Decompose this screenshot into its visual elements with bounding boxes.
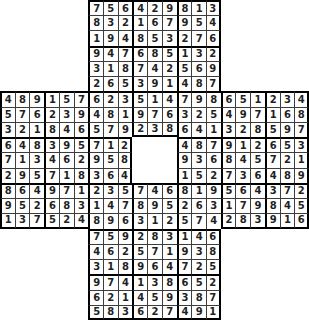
cell-r10c15[interactable]: 7 — [206, 137, 221, 152]
cell-r8c19[interactable]: 1 — [265, 107, 280, 122]
cell-r4c12[interactable]: 5 — [162, 46, 177, 61]
cell-r20c13[interactable]: 3 — [177, 290, 192, 305]
cell-r6c7[interactable]: 2 — [88, 76, 103, 91]
cell-r11c2[interactable]: 1 — [15, 152, 30, 167]
cell-r11c14[interactable]: 3 — [191, 152, 206, 167]
cell-r10c14[interactable]: 8 — [191, 137, 206, 152]
cell-r9c10[interactable]: 2 — [132, 122, 147, 137]
cell-r20c15[interactable]: 7 — [206, 290, 221, 305]
cell-r15c6[interactable]: 4 — [74, 213, 89, 228]
cell-r8c1[interactable]: 5 — [0, 107, 15, 122]
cell-r7c21[interactable]: 4 — [294, 91, 309, 106]
cell-r1c7[interactable]: 7 — [88, 0, 103, 15]
cell-r5c10[interactable]: 7 — [132, 61, 147, 76]
cell-r17c10[interactable]: 5 — [132, 244, 147, 259]
cell-r14c10[interactable]: 8 — [132, 198, 147, 213]
cell-r13c19[interactable]: 3 — [265, 183, 280, 198]
cell-r18c10[interactable]: 9 — [132, 259, 147, 274]
cell-r15c11[interactable]: 1 — [147, 213, 162, 228]
cell-r14c9[interactable]: 7 — [118, 198, 133, 213]
cell-r13c10[interactable]: 7 — [132, 183, 147, 198]
cell-r9c3[interactable]: 1 — [29, 122, 44, 137]
cell-r5c14[interactable]: 6 — [191, 61, 206, 76]
cell-r17c8[interactable]: 6 — [103, 244, 118, 259]
cell-r8c11[interactable]: 7 — [147, 107, 162, 122]
cell-r21c7[interactable]: 5 — [88, 305, 103, 320]
cell-r19c7[interactable]: 9 — [88, 274, 103, 289]
cell-r12c8[interactable]: 6 — [103, 168, 118, 183]
cell-r5c15[interactable]: 9 — [206, 61, 221, 76]
cell-r9c20[interactable]: 9 — [280, 122, 295, 137]
cell-r18c13[interactable]: 7 — [177, 259, 192, 274]
empty-space — [0, 290, 15, 305]
cell-r14c5[interactable]: 8 — [59, 198, 74, 213]
cell-r4c8[interactable]: 4 — [103, 46, 118, 61]
cell-r8c17[interactable]: 9 — [235, 107, 250, 122]
cell-r12c5[interactable]: 1 — [59, 168, 74, 183]
cell-r2c7[interactable]: 8 — [88, 15, 103, 30]
cell-r1c9[interactable]: 6 — [118, 0, 133, 15]
cell-r14c8[interactable]: 4 — [103, 198, 118, 213]
cell-r20c10[interactable]: 4 — [132, 290, 147, 305]
cell-r11c18[interactable]: 5 — [250, 152, 265, 167]
cell-r10c16[interactable]: 9 — [221, 137, 236, 152]
cell-r5c12[interactable]: 2 — [162, 61, 177, 76]
cell-r9c14[interactable]: 4 — [191, 122, 206, 137]
cell-r19c15[interactable]: 2 — [206, 274, 221, 289]
cell-r14c4[interactable]: 6 — [44, 198, 59, 213]
cell-r16c7[interactable]: 7 — [88, 229, 103, 244]
cell-r7c17[interactable]: 5 — [235, 91, 250, 106]
cell-r9c16[interactable]: 3 — [221, 122, 236, 137]
cell-r15c18[interactable]: 3 — [250, 213, 265, 228]
cell-r19c8[interactable]: 7 — [103, 274, 118, 289]
cell-r1c15[interactable]: 3 — [206, 0, 221, 15]
empty-space — [44, 30, 59, 45]
cell-r20c7[interactable]: 6 — [88, 290, 103, 305]
cell-r7c8[interactable]: 2 — [103, 91, 118, 106]
cell-r7c12[interactable]: 4 — [162, 91, 177, 106]
cell-r8c7[interactable]: 4 — [88, 107, 103, 122]
cell-r21c12[interactable]: 7 — [162, 305, 177, 320]
cell-r9c8[interactable]: 7 — [103, 122, 118, 137]
cell-r10c19[interactable]: 6 — [265, 137, 280, 152]
cell-r7c13[interactable]: 7 — [177, 91, 192, 106]
cell-r17c11[interactable]: 7 — [147, 244, 162, 259]
cell-r9c18[interactable]: 8 — [250, 122, 265, 137]
cell-r21c10[interactable]: 6 — [132, 305, 147, 320]
cell-r6c9[interactable]: 5 — [118, 76, 133, 91]
cell-r3c13[interactable]: 2 — [177, 30, 192, 45]
cell-r11c16[interactable]: 8 — [221, 152, 236, 167]
cell-r10c4[interactable]: 3 — [44, 137, 59, 152]
cell-r12c19[interactable]: 4 — [265, 168, 280, 183]
cell-r16c15[interactable]: 6 — [206, 229, 221, 244]
cell-r18c14[interactable]: 2 — [191, 259, 206, 274]
cell-r3c7[interactable]: 1 — [88, 30, 103, 45]
cell-r2c8[interactable]: 3 — [103, 15, 118, 30]
cell-r10c2[interactable]: 4 — [15, 137, 30, 152]
cell-r8c14[interactable]: 2 — [191, 107, 206, 122]
empty-space — [221, 305, 236, 320]
empty-space — [29, 61, 44, 76]
cell-r21c9[interactable]: 3 — [118, 305, 133, 320]
cell-r2c14[interactable]: 5 — [191, 15, 206, 30]
cell-r14c19[interactable]: 8 — [265, 198, 280, 213]
cell-r7c11[interactable]: 1 — [147, 91, 162, 106]
cell-r5c9[interactable]: 8 — [118, 61, 133, 76]
cell-r21c14[interactable]: 9 — [191, 305, 206, 320]
cell-r13c8[interactable]: 3 — [103, 183, 118, 198]
cell-r17c9[interactable]: 2 — [118, 244, 133, 259]
cell-r15c3[interactable]: 7 — [29, 213, 44, 228]
cell-r15c9[interactable]: 6 — [118, 213, 133, 228]
cell-r15c14[interactable]: 7 — [191, 213, 206, 228]
empty-space — [0, 229, 15, 244]
cell-r11c17[interactable]: 4 — [235, 152, 250, 167]
cell-r9c12[interactable]: 8 — [162, 122, 177, 137]
cell-r7c10[interactable]: 5 — [132, 91, 147, 106]
cell-r1c8[interactable]: 5 — [103, 0, 118, 15]
cell-r14c11[interactable]: 9 — [147, 198, 162, 213]
cell-r14c18[interactable]: 9 — [250, 198, 265, 213]
cell-r3c12[interactable]: 3 — [162, 30, 177, 45]
cell-r13c17[interactable]: 6 — [235, 183, 250, 198]
cell-r4c7[interactable]: 9 — [88, 46, 103, 61]
cell-r13c20[interactable]: 7 — [280, 183, 295, 198]
cell-r13c3[interactable]: 4 — [29, 183, 44, 198]
cell-r16c14[interactable]: 4 — [191, 229, 206, 244]
cell-r6c10[interactable]: 3 — [132, 76, 147, 91]
cell-r10c20[interactable]: 5 — [280, 137, 295, 152]
cell-r15c20[interactable]: 1 — [280, 213, 295, 228]
cell-r7c4[interactable]: 1 — [44, 91, 59, 106]
cell-r17c14[interactable]: 3 — [191, 244, 206, 259]
cell-r15c10[interactable]: 3 — [132, 213, 147, 228]
cell-r10c9[interactable]: 2 — [118, 137, 133, 152]
cell-r9c13[interactable]: 6 — [177, 122, 192, 137]
cell-r4c11[interactable]: 8 — [147, 46, 162, 61]
cell-r5c7[interactable]: 3 — [88, 61, 103, 76]
cell-r21c8[interactable]: 8 — [103, 305, 118, 320]
cell-r12c21[interactable]: 9 — [294, 168, 309, 183]
cell-r16c8[interactable]: 5 — [103, 229, 118, 244]
cell-r15c7[interactable]: 8 — [88, 213, 103, 228]
cell-r14c21[interactable]: 5 — [294, 198, 309, 213]
cell-r4c10[interactable]: 6 — [132, 46, 147, 61]
cell-r8c18[interactable]: 7 — [250, 107, 265, 122]
cell-r21c15[interactable]: 1 — [206, 305, 221, 320]
cell-r10c18[interactable]: 2 — [250, 137, 265, 152]
cell-r12c2[interactable]: 9 — [15, 168, 30, 183]
cell-r15c19[interactable]: 9 — [265, 213, 280, 228]
cell-r17c7[interactable]: 4 — [88, 244, 103, 259]
cell-r9c15[interactable]: 1 — [206, 122, 221, 137]
cell-r7c18[interactable]: 1 — [250, 91, 265, 106]
cell-r10c5[interactable]: 9 — [59, 137, 74, 152]
cell-r1c13[interactable]: 8 — [177, 0, 192, 15]
cell-r13c16[interactable]: 5 — [221, 183, 236, 198]
cell-r13c9[interactable]: 5 — [118, 183, 133, 198]
cell-r20c12[interactable]: 9 — [162, 290, 177, 305]
cell-r20c11[interactable]: 5 — [147, 290, 162, 305]
cell-r6c14[interactable]: 8 — [191, 76, 206, 91]
cell-r6c13[interactable]: 4 — [177, 76, 192, 91]
cell-r9c9[interactable]: 9 — [118, 122, 133, 137]
cell-r7c5[interactable]: 5 — [59, 91, 74, 106]
cell-r7c7[interactable]: 6 — [88, 91, 103, 106]
cell-r13c15[interactable]: 9 — [206, 183, 221, 198]
cell-r7c2[interactable]: 8 — [15, 91, 30, 106]
cell-r11c13[interactable]: 9 — [177, 152, 192, 167]
cell-r9c7[interactable]: 5 — [88, 122, 103, 137]
cell-r5c13[interactable]: 5 — [177, 61, 192, 76]
cell-r9c11[interactable]: 3 — [147, 122, 162, 137]
cell-r11c9[interactable]: 8 — [118, 152, 133, 167]
cell-r14c7[interactable]: 1 — [88, 198, 103, 213]
cell-r11c5[interactable]: 6 — [59, 152, 74, 167]
cell-r5c11[interactable]: 4 — [147, 61, 162, 76]
cell-r8c20[interactable]: 6 — [280, 107, 295, 122]
cell-r16c11[interactable]: 8 — [147, 229, 162, 244]
cell-r14c12[interactable]: 5 — [162, 198, 177, 213]
cell-r6c11[interactable]: 9 — [147, 76, 162, 91]
cell-r15c17[interactable]: 8 — [235, 213, 250, 228]
cell-r12c4[interactable]: 7 — [44, 168, 59, 183]
cell-r7c9[interactable]: 3 — [118, 91, 133, 106]
cell-r12c13[interactable]: 1 — [177, 168, 192, 183]
cell-r10c7[interactable]: 7 — [88, 137, 103, 152]
cell-r18c9[interactable]: 8 — [118, 259, 133, 274]
cell-r9c2[interactable]: 2 — [15, 122, 30, 137]
cell-r17c12[interactable]: 1 — [162, 244, 177, 259]
cell-r3c14[interactable]: 7 — [191, 30, 206, 45]
cell-r18c11[interactable]: 6 — [147, 259, 162, 274]
cell-r3c11[interactable]: 5 — [147, 30, 162, 45]
cell-r14c17[interactable]: 7 — [235, 198, 250, 213]
cell-r2c10[interactable]: 1 — [132, 15, 147, 30]
cell-r14c20[interactable]: 4 — [280, 198, 295, 213]
cell-r4c13[interactable]: 1 — [177, 46, 192, 61]
cell-r3c15[interactable]: 6 — [206, 30, 221, 45]
cell-r8c8[interactable]: 8 — [103, 107, 118, 122]
cell-r12c18[interactable]: 6 — [250, 168, 265, 183]
cell-r8c16[interactable]: 4 — [221, 107, 236, 122]
cell-r9c21[interactable]: 7 — [294, 122, 309, 137]
cell-r10c21[interactable]: 3 — [294, 137, 309, 152]
cell-r15c1[interactable]: 1 — [0, 213, 15, 228]
empty-space — [250, 0, 265, 15]
cell-r3c8[interactable]: 9 — [103, 30, 118, 45]
cell-r19c14[interactable]: 5 — [191, 274, 206, 289]
cell-r9c6[interactable]: 6 — [74, 122, 89, 137]
empty-space — [74, 61, 89, 76]
cell-r9c1[interactable]: 3 — [0, 122, 15, 137]
cell-r7c3[interactable]: 9 — [29, 91, 44, 106]
cell-r9c19[interactable]: 5 — [265, 122, 280, 137]
cell-r7c14[interactable]: 9 — [191, 91, 206, 106]
cell-r15c4[interactable]: 5 — [44, 213, 59, 228]
cell-r15c2[interactable]: 3 — [15, 213, 30, 228]
cell-r8c12[interactable]: 6 — [162, 107, 177, 122]
cell-r11c19[interactable]: 7 — [265, 152, 280, 167]
cell-r11c21[interactable]: 1 — [294, 152, 309, 167]
cell-r10c6[interactable]: 5 — [74, 137, 89, 152]
cell-r14c1[interactable]: 9 — [0, 198, 15, 213]
cell-r17c13[interactable]: 9 — [177, 244, 192, 259]
cell-r15c21[interactable]: 6 — [294, 213, 309, 228]
cell-r15c12[interactable]: 2 — [162, 213, 177, 228]
cell-r15c15[interactable]: 4 — [206, 213, 221, 228]
cell-r7c1[interactable]: 4 — [0, 91, 15, 106]
cell-r8c15[interactable]: 5 — [206, 107, 221, 122]
cell-r8c9[interactable]: 1 — [118, 107, 133, 122]
cell-r5c8[interactable]: 1 — [103, 61, 118, 76]
cell-r12c20[interactable]: 8 — [280, 168, 295, 183]
cell-r11c8[interactable]: 5 — [103, 152, 118, 167]
cell-r14c14[interactable]: 6 — [191, 198, 206, 213]
empty-space — [235, 290, 250, 305]
cell-r20c8[interactable]: 2 — [103, 290, 118, 305]
cell-r13c7[interactable]: 2 — [88, 183, 103, 198]
cell-r12c17[interactable]: 3 — [235, 168, 250, 183]
cell-r8c21[interactable]: 8 — [294, 107, 309, 122]
cell-r8c13[interactable]: 3 — [177, 107, 192, 122]
cell-r4c14[interactable]: 3 — [191, 46, 206, 61]
cell-r13c12[interactable]: 6 — [162, 183, 177, 198]
cell-r10c8[interactable]: 1 — [103, 137, 118, 152]
cell-r13c21[interactable]: 2 — [294, 183, 309, 198]
cell-r9c5[interactable]: 4 — [59, 122, 74, 137]
cell-r11c7[interactable]: 9 — [88, 152, 103, 167]
cell-r13c14[interactable]: 1 — [191, 183, 206, 198]
cell-r14c16[interactable]: 1 — [221, 198, 236, 213]
cell-r13c5[interactable]: 7 — [59, 183, 74, 198]
cell-r6c15[interactable]: 7 — [206, 76, 221, 91]
cell-r13c4[interactable]: 9 — [44, 183, 59, 198]
cell-r18c12[interactable]: 4 — [162, 259, 177, 274]
cell-r2c9[interactable]: 2 — [118, 15, 133, 30]
cell-r9c17[interactable]: 2 — [235, 122, 250, 137]
cell-r1c11[interactable]: 2 — [147, 0, 162, 15]
cell-r21c11[interactable]: 2 — [147, 305, 162, 320]
cell-r8c3[interactable]: 6 — [29, 107, 44, 122]
cell-r13c18[interactable]: 4 — [250, 183, 265, 198]
cell-r11c1[interactable]: 7 — [0, 152, 15, 167]
cell-r8c5[interactable]: 3 — [59, 107, 74, 122]
cell-r7c19[interactable]: 2 — [265, 91, 280, 106]
cell-r8c10[interactable]: 9 — [132, 107, 147, 122]
cell-r8c6[interactable]: 9 — [74, 107, 89, 122]
cell-r19c10[interactable]: 1 — [132, 274, 147, 289]
cell-r19c9[interactable]: 4 — [118, 274, 133, 289]
cell-r2c11[interactable]: 6 — [147, 15, 162, 30]
cell-r16c9[interactable]: 9 — [118, 229, 133, 244]
cell-r6c12[interactable]: 1 — [162, 76, 177, 91]
cell-r13c6[interactable]: 1 — [74, 183, 89, 198]
cell-r9c4[interactable]: 8 — [44, 122, 59, 137]
cell-r2c12[interactable]: 7 — [162, 15, 177, 30]
cell-r14c15[interactable]: 3 — [206, 198, 221, 213]
cell-r2c15[interactable]: 4 — [206, 15, 221, 30]
cell-r15c13[interactable]: 5 — [177, 213, 192, 228]
cell-r1c14[interactable]: 1 — [191, 0, 206, 15]
cell-r11c6[interactable]: 2 — [74, 152, 89, 167]
cell-r20c14[interactable]: 8 — [191, 290, 206, 305]
cell-r14c13[interactable]: 2 — [177, 198, 192, 213]
cell-r14c2[interactable]: 5 — [15, 198, 30, 213]
cell-r7c6[interactable]: 7 — [74, 91, 89, 106]
cell-r13c13[interactable]: 8 — [177, 183, 192, 198]
cell-r12c7[interactable]: 3 — [88, 168, 103, 183]
cell-r15c16[interactable]: 2 — [221, 213, 236, 228]
cell-r20c9[interactable]: 1 — [118, 290, 133, 305]
cell-r10c13[interactable]: 4 — [177, 137, 192, 152]
cell-r11c4[interactable]: 4 — [44, 152, 59, 167]
cell-r12c15[interactable]: 2 — [206, 168, 221, 183]
cell-r16c13[interactable]: 1 — [177, 229, 192, 244]
cell-r13c11[interactable]: 4 — [147, 183, 162, 198]
cell-r14c3[interactable]: 2 — [29, 198, 44, 213]
cell-r4c9[interactable]: 7 — [118, 46, 133, 61]
cell-r18c15[interactable]: 5 — [206, 259, 221, 274]
cell-r10c1[interactable]: 6 — [0, 137, 15, 152]
cell-r12c9[interactable]: 4 — [118, 168, 133, 183]
cell-r12c1[interactable]: 2 — [0, 168, 15, 183]
cell-r12c6[interactable]: 8 — [74, 168, 89, 183]
cell-r13c2[interactable]: 6 — [15, 183, 30, 198]
cell-r2c13[interactable]: 9 — [177, 15, 192, 30]
empty-space — [44, 46, 59, 61]
cell-r11c20[interactable]: 2 — [280, 152, 295, 167]
cell-r15c5[interactable]: 2 — [59, 213, 74, 228]
cell-r7c15[interactable]: 8 — [206, 91, 221, 106]
cell-r11c15[interactable]: 6 — [206, 152, 221, 167]
cell-r19c12[interactable]: 8 — [162, 274, 177, 289]
cell-r8c4[interactable]: 2 — [44, 107, 59, 122]
cell-r16c10[interactable]: 2 — [132, 229, 147, 244]
cell-r3c9[interactable]: 4 — [118, 30, 133, 45]
cell-r17c15[interactable]: 8 — [206, 244, 221, 259]
cell-r10c17[interactable]: 1 — [235, 137, 250, 152]
cell-r10c3[interactable]: 8 — [29, 137, 44, 152]
empty-space — [221, 0, 236, 15]
cell-r12c16[interactable]: 7 — [221, 168, 236, 183]
cell-r6c8[interactable]: 6 — [103, 76, 118, 91]
cell-r1c12[interactable]: 9 — [162, 0, 177, 15]
cell-r15c8[interactable]: 9 — [103, 213, 118, 228]
cell-r14c6[interactable]: 3 — [74, 198, 89, 213]
empty-space — [59, 0, 74, 15]
cell-r3c10[interactable]: 8 — [132, 30, 147, 45]
cell-r7c16[interactable]: 6 — [221, 91, 236, 106]
cell-r16c12[interactable]: 3 — [162, 229, 177, 244]
cell-r1c10[interactable]: 4 — [132, 0, 147, 15]
cell-r7c20[interactable]: 3 — [280, 91, 295, 106]
cell-r12c14[interactable]: 5 — [191, 168, 206, 183]
empty-space — [280, 305, 295, 320]
cell-r21c13[interactable]: 4 — [177, 305, 192, 320]
cell-r19c13[interactable]: 6 — [177, 274, 192, 289]
cell-r19c11[interactable]: 3 — [147, 274, 162, 289]
cell-r11c3[interactable]: 3 — [29, 152, 44, 167]
cell-r13c1[interactable]: 8 — [0, 183, 15, 198]
cell-r12c3[interactable]: 5 — [29, 168, 44, 183]
cell-r4c15[interactable]: 2 — [206, 46, 221, 61]
cell-r18c8[interactable]: 1 — [103, 259, 118, 274]
cell-r18c7[interactable]: 3 — [88, 259, 103, 274]
cell-r8c2[interactable]: 7 — [15, 107, 30, 122]
